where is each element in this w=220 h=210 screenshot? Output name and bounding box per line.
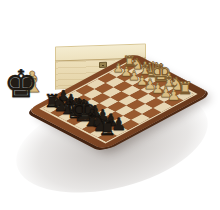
chess-set-photo: ♜♞♝♛♚♝♞♜♟♟♟♟♟♟♟♟♟♟♟♟♟♟♟♟♜♞♝♛♚♝♞♜ ♚♝ <box>0 0 220 210</box>
piece-black-rook-h8[interactable]: ♜ <box>98 118 117 139</box>
piece-white-pawn-h2[interactable]: ♟ <box>167 88 180 103</box>
display-piece-black-king[interactable]: ♚ <box>4 65 38 103</box>
